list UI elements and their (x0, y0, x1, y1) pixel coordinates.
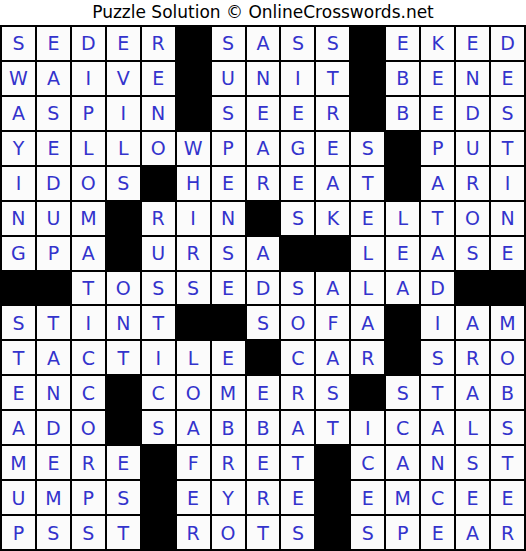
letter-cell-r10c13: S (421, 341, 454, 374)
block-cell-r7c10 (316, 237, 349, 270)
letter-cell-r5c2: D (37, 167, 70, 200)
letter-cell-r8c7: E (212, 272, 245, 305)
letter-cell-r13c13: N (421, 446, 454, 479)
letter-cell-r11c13: T (421, 376, 454, 409)
letter-cell-r15c4: T (107, 516, 140, 549)
letter-cell-r8c11: L (351, 272, 384, 305)
letter-cell-r12c1: A (2, 411, 35, 444)
letter-cell-r4c8: A (247, 132, 280, 165)
letter-cell-r4c11: S (351, 132, 384, 165)
letter-cell-r6c7: N (212, 202, 245, 235)
letter-cell-r5c13: A (421, 167, 454, 200)
letter-cell-r8c8: D (247, 272, 280, 305)
letter-cell-r8c3: T (72, 272, 105, 305)
letter-cell-r10c5: I (142, 341, 175, 374)
letter-cell-r2c8: N (247, 62, 280, 95)
letter-cell-r11c8: E (247, 376, 280, 409)
letter-cell-r13c9: T (281, 446, 314, 479)
letter-cell-r9c2: T (37, 306, 70, 339)
letter-cell-r6c10: K (316, 202, 349, 235)
block-cell-r9c7 (212, 306, 245, 339)
letter-cell-r10c3: C (72, 341, 105, 374)
letter-cell-r1c12: E (386, 27, 419, 60)
letter-cell-r2c3: I (72, 62, 105, 95)
letter-cell-r13c7: R (212, 446, 245, 479)
letter-cell-r1c1: S (2, 27, 35, 60)
letter-cell-r5c15: I (491, 167, 524, 200)
letter-cell-r3c15: S (491, 97, 524, 130)
letter-cell-r15c15: R (491, 516, 524, 549)
letter-cell-r5c7: E (212, 167, 245, 200)
letter-cell-r4c13: P (421, 132, 454, 165)
letter-cell-r2c10: T (316, 62, 349, 95)
letter-cell-r3c7: S (212, 97, 245, 130)
letter-cell-r13c8: E (247, 446, 280, 479)
block-cell-r9c6 (177, 306, 210, 339)
letter-cell-r7c12: E (386, 237, 419, 270)
letter-cell-r6c1: N (2, 202, 35, 235)
letter-cell-r11c5: C (142, 376, 175, 409)
letter-cell-r1c4: E (107, 27, 140, 60)
letter-cell-r5c3: O (72, 167, 105, 200)
block-cell-r3c6 (177, 97, 210, 130)
block-cell-r11c4 (107, 376, 140, 409)
letter-cell-r9c4: N (107, 306, 140, 339)
letter-cell-r9c11: A (351, 306, 384, 339)
letter-cell-r3c2: S (37, 97, 70, 130)
letter-cell-r3c12: B (386, 97, 419, 130)
letter-cell-r3c13: E (421, 97, 454, 130)
letter-cell-r6c2: U (37, 202, 70, 235)
letter-cell-r14c7: Y (212, 481, 245, 514)
block-cell-r6c8 (247, 202, 280, 235)
letter-cell-r10c10: A (316, 341, 349, 374)
letter-cell-r13c6: F (177, 446, 210, 479)
letter-cell-r6c5: R (142, 202, 175, 235)
block-cell-r15c10 (316, 516, 349, 549)
letter-cell-r15c12: P (386, 516, 419, 549)
letter-cell-r3c5: N (142, 97, 175, 130)
letter-cell-r15c14: A (456, 516, 489, 549)
letter-cell-r1c15: D (491, 27, 524, 60)
letter-cell-r6c12: L (386, 202, 419, 235)
block-cell-r7c4 (107, 237, 140, 270)
page-title: Puzzle Solution © OnlineCrosswords.net (0, 0, 526, 25)
letter-cell-r15c2: S (37, 516, 70, 549)
letter-cell-r1c2: E (37, 27, 70, 60)
letter-cell-r11c9: R (281, 376, 314, 409)
letter-cell-r9c3: I (72, 306, 105, 339)
letter-cell-r2c5: E (142, 62, 175, 95)
letter-cell-r4c5: O (142, 132, 175, 165)
letter-cell-r1c7: S (212, 27, 245, 60)
letter-cell-r5c11: T (351, 167, 384, 200)
letter-cell-r4c6: W (177, 132, 210, 165)
letter-cell-r12c10: T (316, 411, 349, 444)
letter-cell-r13c2: E (37, 446, 70, 479)
letter-cell-r15c3: S (72, 516, 105, 549)
letter-cell-r12c13: A (421, 411, 454, 444)
letter-cell-r3c8: E (247, 97, 280, 130)
letter-cell-r12c7: B (212, 411, 245, 444)
letter-cell-r14c15: E (491, 481, 524, 514)
letter-cell-r4c7: P (212, 132, 245, 165)
letter-cell-r11c14: A (456, 376, 489, 409)
letter-cell-r3c1: A (2, 97, 35, 130)
letter-cell-r13c1: M (2, 446, 35, 479)
letter-cell-r5c14: R (456, 167, 489, 200)
letter-cell-r13c4: E (107, 446, 140, 479)
letter-cell-r9c10: F (316, 306, 349, 339)
letter-cell-r12c9: A (281, 411, 314, 444)
letter-cell-r14c12: M (386, 481, 419, 514)
block-cell-r1c11 (351, 27, 384, 60)
letter-cell-r10c7: E (212, 341, 245, 374)
letter-cell-r2c12: B (386, 62, 419, 95)
block-cell-r14c10 (316, 481, 349, 514)
letter-cell-r4c2: E (37, 132, 70, 165)
letter-cell-r7c15: E (491, 237, 524, 270)
letter-cell-r4c9: G (281, 132, 314, 165)
letter-cell-r4c1: Y (2, 132, 35, 165)
letter-cell-r4c3: L (72, 132, 105, 165)
block-cell-r2c6 (177, 62, 210, 95)
letter-cell-r2c2: A (37, 62, 70, 95)
letter-cell-r14c14: E (456, 481, 489, 514)
letter-cell-r10c2: A (37, 341, 70, 374)
letter-cell-r7c14: S (456, 237, 489, 270)
letter-cell-r7c7: S (212, 237, 245, 270)
block-cell-r9c12 (386, 306, 419, 339)
letter-cell-r14c2: M (37, 481, 70, 514)
letter-cell-r13c11: C (351, 446, 384, 479)
letter-cell-r9c5: T (142, 306, 175, 339)
crossword-grid: SEDERSASSEKEDWAIVEUNITBENEASPINSEERBEDSY… (0, 25, 526, 551)
letter-cell-r9c13: I (421, 306, 454, 339)
letter-cell-r14c11: E (351, 481, 384, 514)
letter-cell-r8c12: A (386, 272, 419, 305)
letter-cell-r7c6: R (177, 237, 210, 270)
block-cell-r5c12 (386, 167, 419, 200)
letter-cell-r10c1: T (2, 341, 35, 374)
letter-cell-r1c3: D (72, 27, 105, 60)
letter-cell-r2c13: E (421, 62, 454, 95)
letter-cell-r3c10: R (316, 97, 349, 130)
letter-cell-r3c14: D (456, 97, 489, 130)
block-cell-r13c5 (142, 446, 175, 479)
block-cell-r15c5 (142, 516, 175, 549)
letter-cell-r13c12: A (386, 446, 419, 479)
letter-cell-r5c8: R (247, 167, 280, 200)
letter-cell-r11c7: M (212, 376, 245, 409)
block-cell-r8c2 (37, 272, 70, 305)
letter-cell-r3c9: E (281, 97, 314, 130)
block-cell-r8c14 (456, 272, 489, 305)
letter-cell-r13c3: R (72, 446, 105, 479)
block-cell-r10c8 (247, 341, 280, 374)
block-cell-r11c11 (351, 376, 384, 409)
letter-cell-r2c15: E (491, 62, 524, 95)
letter-cell-r5c1: I (2, 167, 35, 200)
letter-cell-r8c5: S (142, 272, 175, 305)
letter-cell-r7c1: G (2, 237, 35, 270)
letter-cell-r12c8: B (247, 411, 280, 444)
letter-cell-r9c9: O (281, 306, 314, 339)
letter-cell-r6c11: E (351, 202, 384, 235)
letter-cell-r11c10: S (316, 376, 349, 409)
letter-cell-r4c15: T (491, 132, 524, 165)
letter-cell-r9c1: S (2, 306, 35, 339)
letter-cell-r13c14: S (456, 446, 489, 479)
letter-cell-r7c13: A (421, 237, 454, 270)
letter-cell-r6c6: I (177, 202, 210, 235)
letter-cell-r12c11: I (351, 411, 384, 444)
letter-cell-r13c15: T (491, 446, 524, 479)
letter-cell-r10c9: C (281, 341, 314, 374)
letter-cell-r10c11: R (351, 341, 384, 374)
block-cell-r12c4 (107, 411, 140, 444)
letter-cell-r5c4: S (107, 167, 140, 200)
letter-cell-r11c15: B (491, 376, 524, 409)
letter-cell-r11c3: C (72, 376, 105, 409)
letter-cell-r2c4: V (107, 62, 140, 95)
letter-cell-r10c4: T (107, 341, 140, 374)
letter-cell-r12c2: D (37, 411, 70, 444)
letter-cell-r14c1: U (2, 481, 35, 514)
letter-cell-r11c12: S (386, 376, 419, 409)
letter-cell-r15c1: P (2, 516, 35, 549)
letter-cell-r7c2: P (37, 237, 70, 270)
letter-cell-r15c11: S (351, 516, 384, 549)
block-cell-r14c5 (142, 481, 175, 514)
letter-cell-r5c10: A (316, 167, 349, 200)
block-cell-r1c6 (177, 27, 210, 60)
letter-cell-r10c14: R (456, 341, 489, 374)
letter-cell-r3c3: P (72, 97, 105, 130)
letter-cell-r12c5: S (142, 411, 175, 444)
letter-cell-r6c9: S (281, 202, 314, 235)
letter-cell-r9c14: A (456, 306, 489, 339)
letter-cell-r15c8: T (247, 516, 280, 549)
block-cell-r3c11 (351, 97, 384, 130)
block-cell-r5c5 (142, 167, 175, 200)
letter-cell-r14c13: C (421, 481, 454, 514)
letter-cell-r12c12: C (386, 411, 419, 444)
letter-cell-r12c14: L (456, 411, 489, 444)
letter-cell-r2c1: W (2, 62, 35, 95)
block-cell-r6c4 (107, 202, 140, 235)
letter-cell-r7c3: A (72, 237, 105, 270)
letter-cell-r8c10: A (316, 272, 349, 305)
letter-cell-r1c10: S (316, 27, 349, 60)
letter-cell-r8c13: D (421, 272, 454, 305)
letter-cell-r5c6: H (177, 167, 210, 200)
letter-cell-r4c10: E (316, 132, 349, 165)
letter-cell-r5c9: E (281, 167, 314, 200)
letter-cell-r12c6: A (177, 411, 210, 444)
letter-cell-r8c6: S (177, 272, 210, 305)
letter-cell-r1c5: R (142, 27, 175, 60)
letter-cell-r6c13: T (421, 202, 454, 235)
letter-cell-r2c14: N (456, 62, 489, 95)
block-cell-r2c11 (351, 62, 384, 95)
block-cell-r10c12 (386, 341, 419, 374)
letter-cell-r11c6: O (177, 376, 210, 409)
block-cell-r4c12 (386, 132, 419, 165)
letter-cell-r12c15: S (491, 411, 524, 444)
letter-cell-r12c3: O (72, 411, 105, 444)
letter-cell-r7c8: A (247, 237, 280, 270)
letter-cell-r15c6: R (177, 516, 210, 549)
letter-cell-r3c4: I (107, 97, 140, 130)
letter-cell-r4c14: U (456, 132, 489, 165)
letter-cell-r11c2: N (37, 376, 70, 409)
letter-cell-r9c8: S (247, 306, 280, 339)
letter-cell-r14c9: E (281, 481, 314, 514)
letter-cell-r6c14: O (456, 202, 489, 235)
letter-cell-r14c3: P (72, 481, 105, 514)
letter-cell-r10c6: L (177, 341, 210, 374)
letter-cell-r8c4: O (107, 272, 140, 305)
letter-cell-r10c15: O (491, 341, 524, 374)
letter-cell-r9c15: M (491, 306, 524, 339)
letter-cell-r11c1: E (2, 376, 35, 409)
letter-cell-r4c4: L (107, 132, 140, 165)
letter-cell-r2c7: U (212, 62, 245, 95)
letter-cell-r7c5: U (142, 237, 175, 270)
letter-cell-r14c8: R (247, 481, 280, 514)
letter-cell-r1c13: K (421, 27, 454, 60)
letter-cell-r1c9: S (281, 27, 314, 60)
letter-cell-r8c9: S (281, 272, 314, 305)
block-cell-r7c9 (281, 237, 314, 270)
block-cell-r8c15 (491, 272, 524, 305)
letter-cell-r15c9: S (281, 516, 314, 549)
letter-cell-r6c3: M (72, 202, 105, 235)
letter-cell-r14c6: E (177, 481, 210, 514)
letter-cell-r1c14: E (456, 27, 489, 60)
letter-cell-r2c9: I (281, 62, 314, 95)
letter-cell-r15c7: O (212, 516, 245, 549)
letter-cell-r7c11: L (351, 237, 384, 270)
block-cell-r13c10 (316, 446, 349, 479)
letter-cell-r6c15: N (491, 202, 524, 235)
puzzle-solution-page: Puzzle Solution © OnlineCrosswords.net S… (0, 0, 526, 551)
block-cell-r8c1 (2, 272, 35, 305)
letter-cell-r15c13: E (421, 516, 454, 549)
letter-cell-r1c8: A (247, 27, 280, 60)
letter-cell-r14c4: S (107, 481, 140, 514)
